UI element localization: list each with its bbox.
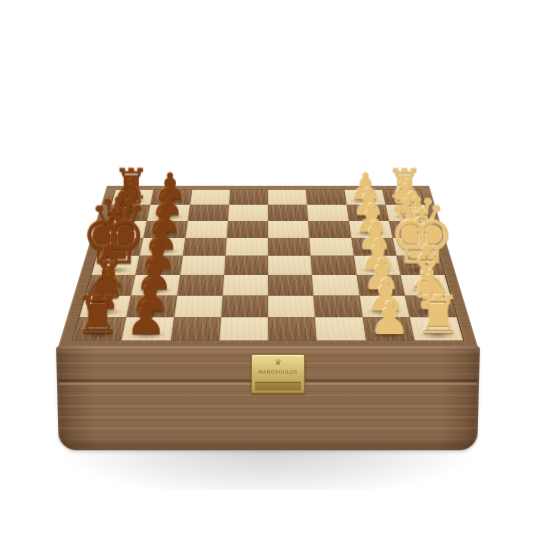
square [307, 205, 348, 221]
chess-set-scene: ♜♟♟♜♞♟♟♞♝♟♟♝♛♟♟♛♚♟♟♚♝♟♟♝♞♟♟♞♜♟♟♜ ♛ MANOP… [0, 0, 533, 533]
board-grid: ♜♟♟♜♞♟♟♞♝♟♟♝♛♟♟♛♚♟♟♚♝♟♟♝♞♟♟♞♜♟♟♜ [73, 190, 463, 341]
square [185, 221, 228, 238]
square [312, 275, 359, 295]
square [222, 275, 268, 295]
brass-clasp: ♛ MANOPOULOS [251, 354, 305, 394]
square [227, 221, 268, 238]
piece-black-pawn: ♟ [126, 295, 167, 341]
square [268, 317, 317, 340]
square [180, 256, 225, 275]
crown-icon: ♛ [274, 359, 281, 367]
square [177, 275, 224, 295]
square [268, 238, 311, 256]
square [268, 275, 314, 295]
square [311, 256, 356, 275]
square [268, 221, 309, 238]
clasp-catch-plate [255, 382, 301, 391]
square [229, 190, 268, 205]
square [182, 238, 226, 256]
square: ♟ [122, 317, 174, 340]
board-frame: ♜♟♟♜♞♟♟♞♝♟♟♝♛♟♟♛♚♟♟♚♝♟♟♝♞♟♟♞♜♟♟♜ [58, 186, 478, 347]
square [190, 190, 230, 205]
square [228, 205, 268, 221]
square [268, 295, 315, 317]
square [268, 190, 307, 205]
square [224, 256, 268, 275]
case-front: ♛ MANOPOULOS [56, 346, 480, 450]
square: ♟ [362, 317, 414, 340]
square [170, 317, 220, 340]
square [308, 221, 351, 238]
square [309, 238, 353, 256]
square: ♜ [409, 317, 463, 340]
square [314, 295, 363, 317]
square [174, 295, 223, 317]
square [221, 295, 268, 317]
square [315, 317, 365, 340]
square [187, 205, 228, 221]
square [219, 317, 268, 340]
piece-white-rook: ♜ [416, 289, 462, 341]
piece-white-pawn: ♟ [370, 295, 411, 341]
square: ♜ [73, 317, 127, 340]
square [306, 190, 346, 205]
square [225, 238, 268, 256]
clasp-brand-text: MANOPOULOS [258, 369, 298, 375]
square [268, 256, 312, 275]
piece-black-rook: ♜ [74, 289, 120, 341]
square [268, 205, 308, 221]
chessboard: ♜♟♟♜♞♟♟♞♝♟♟♝♛♟♟♛♚♟♟♚♝♟♟♝♞♟♟♞♜♟♟♜ [58, 186, 478, 347]
